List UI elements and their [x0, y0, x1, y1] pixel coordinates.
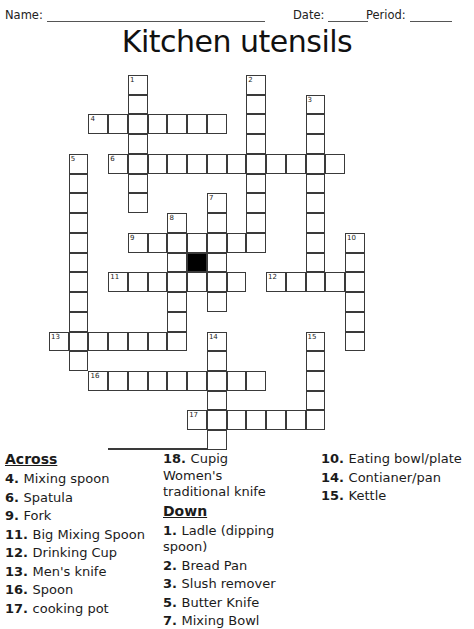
cell-number: 4 [90, 115, 94, 123]
grid-cell[interactable] [69, 233, 89, 253]
clue-number-label: 17. [5, 601, 33, 616]
grid-cell[interactable] [266, 154, 286, 174]
grid-cell[interactable] [187, 233, 207, 253]
grid-cell[interactable] [246, 233, 266, 253]
black-cell [187, 253, 207, 273]
cell-number: 2 [248, 76, 252, 84]
grid-cell[interactable]: 16 [88, 371, 108, 391]
grid-cell[interactable] [246, 371, 266, 391]
date-blank-line [328, 10, 368, 22]
grid-cell[interactable] [345, 272, 365, 292]
clue-number-label: 7. [163, 613, 182, 628]
grid-cell[interactable]: 11 [108, 272, 128, 292]
grid-cell[interactable] [207, 391, 227, 411]
grid-cell[interactable] [128, 332, 148, 352]
grid-cell[interactable] [69, 312, 89, 332]
grid-cell[interactable] [207, 253, 227, 273]
clues-column-middle: 18. Cupig Women's traditional knifeDown1… [163, 451, 287, 629]
grid-cell[interactable]: 10 [345, 233, 365, 253]
clue-item: 18. Cupig Women's traditional knife [163, 451, 287, 501]
grid-cell[interactable] [246, 213, 266, 233]
grid-cell[interactable]: 14 [207, 332, 227, 352]
clue-number-label: 16. [5, 582, 33, 597]
grid-cell[interactable] [306, 213, 326, 233]
cell-number: 10 [347, 234, 356, 242]
grid-partial-bottom-line [128, 430, 148, 450]
clues-column-left: Across4. Mixing spoon6. Spatula9. Fork11… [5, 451, 160, 619]
grid-cell[interactable] [128, 134, 148, 154]
grid-cell[interactable] [246, 114, 266, 134]
grid-cell[interactable] [207, 213, 227, 233]
clue-item: 17. cooking pot [5, 601, 160, 618]
grid-cell[interactable] [88, 332, 108, 352]
grid-cell[interactable] [108, 114, 128, 134]
clue-item: 12. Drinking Cup [5, 545, 160, 562]
cell-number: 14 [209, 333, 218, 341]
grid-cell[interactable]: 4 [88, 114, 108, 134]
grid-cell[interactable] [167, 371, 187, 391]
grid-cell[interactable] [69, 332, 89, 352]
cell-number: 5 [71, 155, 75, 163]
grid-cell[interactable] [286, 272, 306, 292]
grid-cell[interactable] [306, 174, 326, 194]
grid-cell[interactable] [306, 371, 326, 391]
grid-cell[interactable]: 6 [108, 154, 128, 174]
clue-item: 11. Big Mixing Spoon [5, 527, 160, 544]
puzzle-title: Kitchen utensils [0, 24, 474, 59]
cell-number: 15 [308, 333, 317, 341]
clues-section: Across4. Mixing spoon6. Spatula9. Fork11… [5, 451, 470, 626]
cell-number: 9 [130, 234, 134, 242]
grid-cell[interactable] [246, 134, 266, 154]
grid-cell[interactable] [306, 272, 326, 292]
grid-cell[interactable]: 15 [306, 332, 326, 352]
grid-cell[interactable] [246, 95, 266, 115]
grid-cell[interactable] [108, 371, 128, 391]
grid-cell[interactable]: 7 [207, 193, 227, 213]
clue-number-label: 4. [5, 471, 24, 486]
grid-cell[interactable] [128, 193, 148, 213]
grid-cell[interactable] [306, 410, 326, 430]
grid-cell[interactable] [227, 233, 247, 253]
grid-partial-bottom-line [148, 430, 168, 450]
clue-item: 7. Mixing Bowl [163, 613, 287, 629]
clue-number-label: 1. [163, 523, 182, 538]
grid-cell[interactable] [69, 193, 89, 213]
grid-cell[interactable]: 9 [128, 233, 148, 253]
grid-cell[interactable] [167, 154, 187, 174]
grid-cell[interactable]: 17 [187, 410, 207, 430]
clue-number-label: 6. [5, 490, 24, 505]
grid-cell[interactable]: 2 [246, 75, 266, 95]
date-field: Date: [293, 8, 368, 22]
grid-cell[interactable] [69, 351, 89, 371]
clue-item: 1. Ladle (dipping spoon) [163, 523, 287, 556]
name-blank-line [47, 10, 265, 22]
grid-cell[interactable] [246, 193, 266, 213]
grid-cell[interactable] [286, 154, 306, 174]
grid-cell[interactable] [306, 233, 326, 253]
grid-cell[interactable]: 12 [266, 272, 286, 292]
period-blank-line [410, 10, 452, 22]
grid-cell[interactable] [128, 95, 148, 115]
cell-number: 8 [169, 214, 173, 222]
grid-cell[interactable] [286, 410, 306, 430]
grid-cell[interactable] [69, 174, 89, 194]
clue-number-label: 2. [163, 558, 182, 573]
clue-number-label: 12. [5, 545, 33, 560]
grid-cell[interactable]: 3 [306, 95, 326, 115]
grid-cell[interactable] [207, 351, 227, 371]
grid-partial-bottom-line [108, 430, 128, 450]
grid-cell[interactable] [187, 154, 207, 174]
grid-cell[interactable] [108, 332, 128, 352]
clue-item: 4. Mixing spoon [5, 471, 160, 488]
grid-cell[interactable]: 1 [128, 75, 148, 95]
grid-cell[interactable] [207, 410, 227, 430]
grid-cell[interactable] [69, 253, 89, 273]
grid-cell[interactable] [306, 391, 326, 411]
grid-cell[interactable] [266, 410, 286, 430]
grid-cell[interactable] [207, 233, 227, 253]
grid-cell[interactable] [246, 174, 266, 194]
grid-cell[interactable] [227, 371, 247, 391]
clue-number-label: 10. [321, 451, 349, 466]
grid-cell[interactable] [148, 233, 168, 253]
cell-number: 3 [308, 96, 312, 104]
grid-cell[interactable] [325, 154, 345, 174]
clue-item: 3. Slush remover [163, 576, 287, 593]
grid-cell[interactable] [207, 430, 227, 450]
clue-number-label: 3. [163, 576, 182, 591]
grid-cell[interactable] [306, 134, 326, 154]
grid-cell[interactable] [306, 351, 326, 371]
grid-cell[interactable] [306, 114, 326, 134]
period-label: Period: [366, 8, 406, 22]
clue-item: 15. Kettle [321, 488, 470, 505]
grid-cell[interactable] [227, 272, 247, 292]
grid-partial-bottom-line [167, 430, 187, 450]
grid-cell[interactable] [69, 292, 89, 312]
grid-cell[interactable] [148, 114, 168, 134]
grid-cell[interactable] [128, 371, 148, 391]
clue-item: 9. Fork [5, 508, 160, 525]
grid-cell[interactable] [227, 410, 247, 430]
cell-number: 17 [189, 411, 198, 419]
grid-cell[interactable] [345, 332, 365, 352]
grid-cell[interactable] [207, 292, 227, 312]
grid-cell[interactable] [148, 332, 168, 352]
clue-number-label: 9. [5, 508, 24, 523]
grid-cell[interactable] [306, 193, 326, 213]
clue-item: 16. Spoon [5, 582, 160, 599]
grid-cell[interactable] [148, 371, 168, 391]
grid-cell[interactable] [325, 272, 345, 292]
grid-cell[interactable] [306, 253, 326, 273]
clue-number-label: 14. [321, 470, 349, 485]
grid-cell[interactable] [187, 114, 207, 134]
clue-item: 13. Men's knife [5, 564, 160, 581]
grid-cell[interactable] [246, 410, 266, 430]
clue-item: 14. Contianer/pan [321, 470, 470, 487]
grid-cell[interactable] [207, 114, 227, 134]
grid-cell[interactable] [345, 292, 365, 312]
grid-cell[interactable] [227, 154, 247, 174]
name-label: Name: [5, 8, 43, 22]
grid-cell[interactable] [187, 371, 207, 391]
grid-cell[interactable] [148, 272, 168, 292]
grid-cell[interactable] [187, 272, 207, 292]
cell-number: 11 [110, 273, 119, 281]
clues-column-right: 10. Eating bowl/plate14. Contianer/pan15… [321, 451, 470, 507]
clue-number-label: 15. [321, 488, 349, 503]
grid-cell[interactable]: 13 [49, 332, 69, 352]
clue-item: 6. Spatula [5, 490, 160, 507]
grid-cell[interactable] [246, 154, 266, 174]
down-header: Down [163, 503, 287, 520]
cell-number: 6 [110, 155, 114, 163]
grid-cell[interactable] [148, 154, 168, 174]
clue-item: 2. Bread Pan [163, 558, 287, 575]
cell-number: 16 [90, 372, 99, 380]
grid-cell[interactable] [167, 272, 187, 292]
date-label: Date: [293, 8, 324, 22]
cell-number: 1 [130, 76, 134, 84]
grid-partial-bottom-line [187, 430, 207, 450]
clue-number-label: 18. [163, 451, 191, 466]
clue-item: 10. Eating bowl/plate [321, 451, 470, 468]
grid-cell[interactable] [345, 253, 365, 273]
name-field: Name: [5, 8, 265, 22]
cell-number: 12 [268, 273, 277, 281]
worksheet-header: Name: Date: Period: [5, 8, 469, 24]
grid-cell[interactable] [306, 154, 326, 174]
grid-cell[interactable] [207, 272, 227, 292]
grid-cell[interactable] [167, 253, 187, 273]
grid-cell[interactable] [207, 371, 227, 391]
grid-cell[interactable] [69, 213, 89, 233]
grid-cell[interactable]: 8 [167, 213, 187, 233]
grid-cell[interactable] [128, 272, 148, 292]
grid-cell[interactable] [167, 332, 187, 352]
grid-cell[interactable] [167, 292, 187, 312]
grid-cell[interactable] [128, 174, 148, 194]
grid-cell[interactable] [345, 312, 365, 332]
grid-cell[interactable] [207, 154, 227, 174]
clue-number-label: 13. [5, 564, 33, 579]
period-field: Period: [366, 8, 452, 22]
clue-item: 5. Butter Knife [163, 595, 287, 612]
cell-number: 7 [209, 194, 213, 202]
grid-cell[interactable]: 5 [69, 154, 89, 174]
grid-cell[interactable] [128, 154, 148, 174]
clue-number-label: 5. [163, 595, 182, 610]
grid-cell[interactable] [167, 114, 187, 134]
crossword-grid: 1234567891011121314151617 [49, 75, 365, 450]
grid-cell[interactable] [69, 272, 89, 292]
cell-number: 13 [51, 333, 60, 341]
clue-number-label: 11. [5, 527, 33, 542]
grid-cell[interactable] [167, 233, 187, 253]
grid-cell[interactable] [128, 114, 148, 134]
across-header: Across [5, 451, 160, 468]
grid-cell[interactable] [167, 312, 187, 332]
